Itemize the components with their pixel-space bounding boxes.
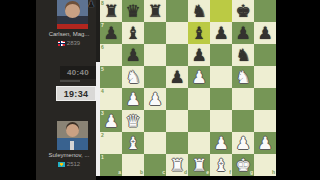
square-a8[interactable]: ♜8 <box>100 0 122 22</box>
player-top-rating: 2839 <box>67 40 80 46</box>
kazakhstan-flag-icon <box>58 162 65 167</box>
file-label-b: b <box>140 170 143 175</box>
square-g5[interactable]: ♞ <box>232 66 254 88</box>
square-e1[interactable]: ♜e <box>188 154 210 176</box>
square-g3[interactable] <box>232 110 254 132</box>
square-h6[interactable] <box>254 44 276 66</box>
square-f7[interactable]: ♟ <box>210 22 232 44</box>
black-king-g8[interactable]: ♚ <box>232 0 254 22</box>
square-a7[interactable]: ♟7 <box>100 22 122 44</box>
square-g6[interactable]: ♞ <box>232 44 254 66</box>
square-g4[interactable] <box>232 88 254 110</box>
player-top: ♟ Carlsen, Mag... 2839 <box>36 0 96 46</box>
square-a3[interactable]: ♟3 <box>100 110 122 132</box>
player-bottom-rating: 2512 <box>67 161 80 167</box>
square-h5[interactable] <box>254 66 276 88</box>
square-d2[interactable] <box>166 132 188 154</box>
black-pawn-h7[interactable]: ♟ <box>254 22 276 44</box>
black-pawn-b6[interactable]: ♟ <box>122 44 144 66</box>
black-pawn-f7[interactable]: ♟ <box>210 22 232 44</box>
square-f6[interactable] <box>210 44 232 66</box>
black-knight-g6[interactable]: ♞ <box>232 44 254 66</box>
white-pawn-c4[interactable]: ♟ <box>144 88 166 110</box>
white-pawn-b4[interactable]: ♟ <box>122 88 144 110</box>
square-e5[interactable]: ♟ <box>188 66 210 88</box>
square-b7[interactable]: ♝ <box>122 22 144 44</box>
broadcast-window: ♟ Carlsen, Mag... 2839 40:40 19:34 Suley… <box>0 0 320 180</box>
player-sidebar: ♟ Carlsen, Mag... 2839 40:40 19:34 Suley… <box>36 0 96 180</box>
square-d1[interactable]: ♜d <box>166 154 188 176</box>
square-f8[interactable] <box>210 0 232 22</box>
player-top-name: Carlsen, Mag... <box>36 31 96 38</box>
square-b6[interactable]: ♟ <box>122 44 144 66</box>
player-bottom-avatar <box>57 121 88 150</box>
square-b8[interactable]: ♛ <box>122 0 144 22</box>
square-h4[interactable] <box>254 88 276 110</box>
square-e3[interactable] <box>188 110 210 132</box>
black-pawn-g7[interactable]: ♟ <box>232 22 254 44</box>
square-d4[interactable] <box>166 88 188 110</box>
rank-label-7: 7 <box>101 23 104 28</box>
square-a2[interactable]: 2 <box>100 132 122 154</box>
square-c2[interactable] <box>144 132 166 154</box>
white-knight-g5[interactable]: ♞ <box>232 66 254 88</box>
player-bottom-name: Suleymenov, ... <box>36 152 96 159</box>
square-a5[interactable]: 5 <box>100 66 122 88</box>
square-d8[interactable] <box>166 0 188 22</box>
square-c6[interactable] <box>144 44 166 66</box>
square-b2[interactable]: ♝ <box>122 132 144 154</box>
rank-label-4: 4 <box>101 89 104 94</box>
square-h3[interactable] <box>254 110 276 132</box>
black-bishop-b7[interactable]: ♝ <box>122 22 144 44</box>
square-f4[interactable] <box>210 88 232 110</box>
square-c8[interactable]: ♜ <box>144 0 166 22</box>
rank-label-1: 1 <box>101 155 104 160</box>
square-h1[interactable]: h <box>254 154 276 176</box>
file-label-h: h <box>272 170 275 175</box>
square-g2[interactable]: ♟ <box>232 132 254 154</box>
rank-label-2: 2 <box>101 133 104 138</box>
black-side-pawn-icon: ♟ <box>87 0 95 9</box>
square-c5[interactable] <box>144 66 166 88</box>
square-f2[interactable]: ♟ <box>210 132 232 154</box>
square-f1[interactable]: ♝f <box>210 154 232 176</box>
file-label-e: e <box>206 170 209 175</box>
square-f3[interactable] <box>210 110 232 132</box>
square-e7[interactable]: ♝ <box>188 22 210 44</box>
rank-label-3: 3 <box>101 111 104 116</box>
rank-label-5: 5 <box>101 67 104 72</box>
clock-divider <box>60 80 80 82</box>
square-c3[interactable] <box>144 110 166 132</box>
white-pawn-g2[interactable]: ♟ <box>232 132 254 154</box>
square-b4[interactable]: ♟ <box>122 88 144 110</box>
square-a1[interactable]: 1a <box>100 154 122 176</box>
white-knight-b5[interactable]: ♞ <box>122 66 144 88</box>
square-d3[interactable] <box>166 110 188 132</box>
black-pawn-d5[interactable]: ♟ <box>166 66 188 88</box>
square-e2[interactable] <box>188 132 210 154</box>
rank-label-6: 6 <box>101 45 104 50</box>
square-e8[interactable]: ♞ <box>188 0 210 22</box>
square-d6[interactable] <box>166 44 188 66</box>
square-b3[interactable]: ♛ <box>122 110 144 132</box>
square-g8[interactable]: ♚ <box>232 0 254 22</box>
square-c7[interactable] <box>144 22 166 44</box>
white-bishop-b2[interactable]: ♝ <box>122 132 144 154</box>
black-queen-b8[interactable]: ♛ <box>122 0 144 22</box>
square-c4[interactable]: ♟ <box>144 88 166 110</box>
white-pawn-h2[interactable]: ♟ <box>254 132 276 154</box>
square-a4[interactable]: 4 <box>100 88 122 110</box>
square-g1[interactable]: ♚g <box>232 154 254 176</box>
square-d7[interactable] <box>166 22 188 44</box>
black-pawn-e6[interactable]: ♟ <box>188 44 210 66</box>
square-b5[interactable]: ♞ <box>122 66 144 88</box>
square-b1[interactable]: b <box>122 154 144 176</box>
player-bottom-clock: 19:34 <box>56 86 96 101</box>
square-f5[interactable] <box>210 66 232 88</box>
chess-board[interactable]: ♜8♛♜♞♚♟7♝♝♟♟♟6♟♟♞5♞♟♟♞4♟♟♟3♛2♝♟♟♟1abc♜d♜… <box>100 0 276 176</box>
file-label-a: a <box>118 170 121 175</box>
file-label-g: g <box>250 170 253 175</box>
clock-area: 40:40 19:34 <box>36 66 96 102</box>
square-c1[interactable]: c <box>144 154 166 176</box>
file-label-c: c <box>162 170 165 175</box>
player-top-rating-row: 2839 <box>36 40 96 46</box>
square-a6[interactable]: 6 <box>100 44 122 66</box>
rank-label-8: 8 <box>101 1 104 6</box>
square-e4[interactable] <box>188 88 210 110</box>
white-pawn-f2[interactable]: ♟ <box>210 132 232 154</box>
black-knight-e8[interactable]: ♞ <box>188 0 210 22</box>
white-queen-b3[interactable]: ♛ <box>122 110 144 132</box>
white-pawn-e5[interactable]: ♟ <box>188 66 210 88</box>
square-h8[interactable] <box>254 0 276 22</box>
square-d5[interactable]: ♟ <box>166 66 188 88</box>
square-h2[interactable]: ♟ <box>254 132 276 154</box>
square-e6[interactable]: ♟ <box>188 44 210 66</box>
black-bishop-e7[interactable]: ♝ <box>188 22 210 44</box>
square-g7[interactable]: ♟ <box>232 22 254 44</box>
black-rook-c8[interactable]: ♜ <box>144 0 166 22</box>
player-bottom-rating-row: 2512 <box>36 161 96 167</box>
square-h7[interactable]: ♟ <box>254 22 276 44</box>
player-bottom: Suleymenov, ... 2512 <box>36 121 96 167</box>
file-label-f: f <box>229 170 231 175</box>
file-label-d: d <box>184 170 187 175</box>
player-top-clock: 40:40 <box>60 66 96 79</box>
norway-flag-icon <box>58 41 65 46</box>
player-top-avatar <box>57 0 88 29</box>
